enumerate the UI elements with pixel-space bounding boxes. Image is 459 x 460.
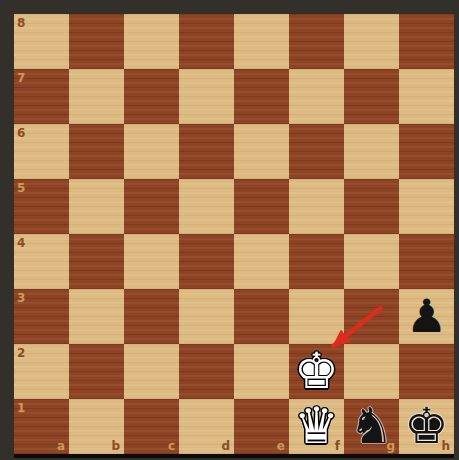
rank-label-5: 5 — [17, 182, 25, 194]
rank-label-8: 8 — [17, 17, 25, 29]
board-frame: 876543♟2♚1abcdef♛g♞h♚ — [0, 0, 459, 460]
square-b4[interactable] — [69, 234, 124, 289]
square-g2[interactable] — [344, 344, 399, 399]
file-label-a: a — [57, 440, 65, 452]
square-e6[interactable] — [234, 124, 289, 179]
square-h8[interactable] — [399, 14, 454, 69]
square-c7[interactable] — [124, 69, 179, 124]
square-f2[interactable]: ♚ — [289, 344, 344, 399]
square-c2[interactable] — [124, 344, 179, 399]
square-e4[interactable] — [234, 234, 289, 289]
file-label-d: d — [221, 440, 230, 452]
square-f7[interactable] — [289, 69, 344, 124]
square-a5[interactable]: 5 — [14, 179, 69, 234]
square-b8[interactable] — [69, 14, 124, 69]
rank-label-4: 4 — [17, 237, 25, 249]
square-a4[interactable]: 4 — [14, 234, 69, 289]
rank-label-7: 7 — [17, 72, 25, 84]
square-c4[interactable] — [124, 234, 179, 289]
square-f6[interactable] — [289, 124, 344, 179]
rank-label-3: 3 — [17, 292, 25, 304]
white-king[interactable]: ♚ — [289, 344, 344, 399]
square-a2[interactable]: 2 — [14, 344, 69, 399]
square-e7[interactable] — [234, 69, 289, 124]
square-c3[interactable] — [124, 289, 179, 344]
square-b6[interactable] — [69, 124, 124, 179]
square-b3[interactable] — [69, 289, 124, 344]
board: 876543♟2♚1abcdef♛g♞h♚ — [14, 14, 454, 454]
square-d1[interactable]: d — [179, 399, 234, 454]
square-f8[interactable] — [289, 14, 344, 69]
square-d5[interactable] — [179, 179, 234, 234]
rank-label-6: 6 — [17, 127, 25, 139]
square-h6[interactable] — [399, 124, 454, 179]
square-b1[interactable]: b — [69, 399, 124, 454]
file-label-b: b — [111, 440, 120, 452]
file-label-c: c — [168, 440, 175, 452]
square-h2[interactable] — [399, 344, 454, 399]
square-d8[interactable] — [179, 14, 234, 69]
square-b7[interactable] — [69, 69, 124, 124]
square-h1[interactable]: h♚ — [399, 399, 454, 454]
square-e8[interactable] — [234, 14, 289, 69]
square-a1[interactable]: 1a — [14, 399, 69, 454]
square-h3[interactable]: ♟ — [399, 289, 454, 344]
black-pawn[interactable]: ♟ — [399, 289, 454, 344]
black-king[interactable]: ♚ — [399, 399, 454, 454]
square-g5[interactable] — [344, 179, 399, 234]
square-g1[interactable]: g♞ — [344, 399, 399, 454]
square-g3[interactable] — [344, 289, 399, 344]
square-b2[interactable] — [69, 344, 124, 399]
square-c8[interactable] — [124, 14, 179, 69]
square-g8[interactable] — [344, 14, 399, 69]
square-e1[interactable]: e — [234, 399, 289, 454]
white-queen[interactable]: ♛ — [289, 399, 344, 454]
square-f1[interactable]: f♛ — [289, 399, 344, 454]
square-e5[interactable] — [234, 179, 289, 234]
square-h7[interactable] — [399, 69, 454, 124]
square-f5[interactable] — [289, 179, 344, 234]
square-b5[interactable] — [69, 179, 124, 234]
rank-label-2: 2 — [17, 347, 25, 359]
rank-label-1: 1 — [17, 402, 25, 414]
square-a6[interactable]: 6 — [14, 124, 69, 179]
square-a3[interactable]: 3 — [14, 289, 69, 344]
square-f4[interactable] — [289, 234, 344, 289]
square-a8[interactable]: 8 — [14, 14, 69, 69]
square-d7[interactable] — [179, 69, 234, 124]
file-label-e: e — [277, 440, 285, 452]
square-g4[interactable] — [344, 234, 399, 289]
square-a7[interactable]: 7 — [14, 69, 69, 124]
square-c5[interactable] — [124, 179, 179, 234]
square-c6[interactable] — [124, 124, 179, 179]
square-e3[interactable] — [234, 289, 289, 344]
square-e2[interactable] — [234, 344, 289, 399]
square-g6[interactable] — [344, 124, 399, 179]
square-d3[interactable] — [179, 289, 234, 344]
square-c1[interactable]: c — [124, 399, 179, 454]
square-d4[interactable] — [179, 234, 234, 289]
square-g7[interactable] — [344, 69, 399, 124]
square-h5[interactable] — [399, 179, 454, 234]
square-d2[interactable] — [179, 344, 234, 399]
black-knight[interactable]: ♞ — [344, 399, 399, 454]
square-h4[interactable] — [399, 234, 454, 289]
square-f3[interactable] — [289, 289, 344, 344]
square-d6[interactable] — [179, 124, 234, 179]
